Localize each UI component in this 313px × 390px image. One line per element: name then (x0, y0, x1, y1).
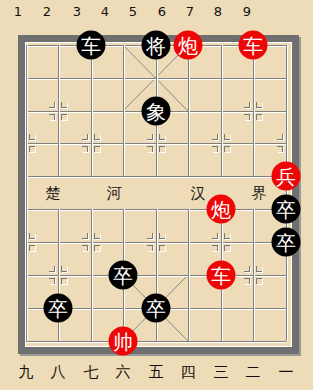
position-marker (49, 114, 55, 120)
piece-black-elephant[interactable]: 象 (142, 97, 171, 126)
file-label-bottom: 八 (51, 365, 66, 380)
position-marker (159, 146, 165, 152)
position-marker (244, 266, 250, 272)
position-marker (212, 134, 218, 140)
piece-black-soldier[interactable]: 卒 (109, 261, 138, 290)
position-marker (29, 233, 35, 239)
position-marker (94, 134, 100, 140)
file-label-bottom: 五 (149, 365, 164, 380)
position-marker (159, 233, 165, 239)
grid-line-vertical (91, 209, 92, 341)
position-marker (82, 146, 88, 152)
piece-red-cannon[interactable]: 炮 (207, 195, 236, 224)
file-label-bottom: 九 (19, 365, 34, 380)
position-marker (147, 134, 153, 140)
position-marker (61, 266, 67, 272)
grid-line-horizontal (26, 341, 286, 342)
position-marker (49, 266, 55, 272)
position-marker (212, 245, 218, 251)
position-marker (29, 134, 35, 140)
piece-red-cannon[interactable]: 炮 (174, 31, 203, 60)
position-marker (256, 114, 262, 120)
position-marker (49, 102, 55, 108)
position-marker (147, 233, 153, 239)
file-label-bottom: 一 (279, 365, 294, 380)
position-marker (244, 102, 250, 108)
piece-black-general[interactable]: 将 (142, 31, 171, 60)
grid-line-horizontal (26, 176, 286, 177)
piece-black-soldier[interactable]: 卒 (44, 294, 73, 323)
piece-red-chariot[interactable]: 车 (207, 261, 236, 290)
grid-line-vertical (123, 45, 124, 176)
file-label-bottom: 四 (181, 365, 196, 380)
grid-line-vertical (58, 45, 59, 176)
river-label-han: 汉 (191, 186, 206, 201)
piece-black-soldier[interactable]: 卒 (272, 195, 301, 224)
river-label-chu: 楚 (46, 186, 61, 201)
grid-line-vertical (221, 45, 222, 176)
position-marker (256, 278, 262, 284)
position-marker (82, 233, 88, 239)
position-marker (29, 245, 35, 251)
river-label-he: 河 (107, 186, 122, 201)
position-marker (159, 134, 165, 140)
position-marker (159, 245, 165, 251)
piece-black-soldier[interactable]: 卒 (272, 228, 301, 257)
position-marker (94, 146, 100, 152)
position-marker (244, 278, 250, 284)
position-marker (94, 233, 100, 239)
grid-line-vertical (26, 45, 27, 341)
position-marker (94, 245, 100, 251)
position-marker (61, 114, 67, 120)
position-marker (224, 134, 230, 140)
piece-red-soldier[interactable]: 兵 (272, 162, 301, 191)
river-label-jie: 界 (252, 186, 267, 201)
position-marker (256, 266, 262, 272)
grid-line-vertical (91, 45, 92, 176)
position-marker (61, 278, 67, 284)
file-label-bottom: 二 (246, 365, 261, 380)
position-marker (224, 245, 230, 251)
grid-line-vertical (253, 45, 254, 176)
grid-line-vertical (188, 209, 189, 341)
grid-line-vertical (188, 45, 189, 176)
position-marker (244, 114, 250, 120)
position-marker (277, 134, 283, 140)
grid-line-vertical (253, 209, 254, 341)
position-marker (82, 245, 88, 251)
file-label-bottom: 七 (84, 365, 99, 380)
position-marker (277, 146, 283, 152)
piece-red-general[interactable]: 帅 (109, 327, 138, 356)
grid-line-vertical (286, 45, 287, 341)
position-marker (212, 146, 218, 152)
position-marker (49, 278, 55, 284)
position-marker (224, 146, 230, 152)
xiangqi-app: 123456789 楚 河 汉 界 车将炮车象兵炮卒卒卒车卒卒帅 九八七六五四三… (0, 0, 313, 390)
piece-black-chariot[interactable]: 车 (77, 31, 106, 60)
position-marker (61, 102, 67, 108)
position-marker (82, 134, 88, 140)
position-marker (224, 233, 230, 239)
position-marker (256, 102, 262, 108)
position-marker (29, 146, 35, 152)
file-label-bottom: 三 (214, 365, 229, 380)
piece-black-soldier[interactable]: 卒 (142, 294, 171, 323)
position-marker (147, 245, 153, 251)
file-label-bottom: 六 (116, 365, 131, 380)
position-marker (212, 233, 218, 239)
position-marker (147, 146, 153, 152)
piece-red-chariot[interactable]: 车 (239, 31, 268, 60)
